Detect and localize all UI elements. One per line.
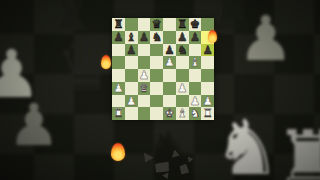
square-f5[interactable] [176, 56, 189, 69]
square-f8[interactable]: ♜ [176, 18, 189, 31]
white-bishop: ♝ [177, 107, 187, 120]
square-h6[interactable]: ♟ [201, 44, 214, 57]
square-c2[interactable] [138, 95, 151, 108]
square-b8[interactable] [125, 18, 138, 31]
square-g8[interactable]: ♚ [189, 18, 202, 31]
square-h5[interactable] [201, 56, 214, 69]
square-d6[interactable] [150, 44, 163, 57]
square-c6[interactable] [138, 44, 151, 57]
white-knight: ♞ [190, 107, 200, 120]
square-a4[interactable] [112, 69, 125, 82]
square-d8[interactable]: ♛ [150, 18, 163, 31]
square-a8[interactable]: ♜ [112, 18, 125, 31]
video-frame: ♝♟♛♟♟♜♞♞♜ ♜♛♜♚♟♝♟♞♟♟♟♟♞♟♟♝♟♟♛♟♟♟♟♜♚♝♞♜ [0, 0, 320, 180]
bg-white-rook-blur: ♜ [275, 120, 320, 180]
black-king: ♚ [190, 18, 200, 31]
fire-emoji-bottom [111, 143, 125, 161]
square-e5[interactable]: ♟ [163, 56, 176, 69]
black-rook: ♜ [177, 18, 187, 31]
black-bishop: ♝ [126, 31, 136, 44]
black-pawn: ♟ [139, 31, 149, 44]
white-pawn: ♟ [139, 69, 149, 82]
square-f4[interactable] [176, 69, 189, 82]
square-h8[interactable] [201, 18, 214, 31]
square-d2[interactable] [150, 95, 163, 108]
black-pawn: ♟ [177, 31, 187, 44]
square-a6[interactable] [112, 44, 125, 57]
black-knight: ♞ [177, 44, 187, 57]
square-h4[interactable] [201, 69, 214, 82]
white-bishop: ♝ [190, 56, 200, 69]
square-a7[interactable]: ♟ [112, 31, 125, 44]
square-g4[interactable] [189, 69, 202, 82]
square-c7[interactable]: ♟ [138, 31, 151, 44]
square-b3[interactable] [125, 82, 138, 95]
square-g1[interactable]: ♞ [189, 107, 202, 120]
black-rook: ♜ [113, 18, 123, 31]
bg-white-pawn-blur-2: ♟ [8, 96, 60, 154]
white-pawn: ♟ [113, 82, 123, 95]
square-f7[interactable]: ♟ [176, 31, 189, 44]
square-e1[interactable]: ♚ [163, 107, 176, 120]
fire-emoji-left [101, 55, 111, 69]
white-rook: ♜ [113, 107, 123, 120]
square-f1[interactable]: ♝ [176, 107, 189, 120]
square-g7[interactable]: ♟ [189, 31, 202, 44]
square-b6[interactable]: ♟ [125, 44, 138, 57]
square-h3[interactable] [201, 82, 214, 95]
square-a5[interactable] [112, 56, 125, 69]
black-pawn: ♟ [113, 31, 123, 44]
square-a3[interactable]: ♟ [112, 82, 125, 95]
square-b4[interactable] [125, 69, 138, 82]
black-pawn: ♟ [190, 31, 200, 44]
white-pawn: ♟ [126, 95, 136, 108]
black-pawn: ♟ [126, 44, 136, 57]
fire-emoji-right [208, 30, 217, 43]
square-d5[interactable] [150, 56, 163, 69]
black-knight: ♞ [151, 31, 161, 44]
square-e4[interactable] [163, 69, 176, 82]
white-rook: ♜ [202, 107, 212, 120]
square-b1[interactable] [125, 107, 138, 120]
square-h1[interactable]: ♜ [201, 107, 214, 120]
square-f3[interactable]: ♟ [176, 82, 189, 95]
white-pawn: ♟ [164, 56, 174, 69]
black-queen: ♛ [151, 18, 161, 31]
chess-board[interactable]: ♜♛♜♚♟♝♟♞♟♟♟♟♞♟♟♝♟♟♛♟♟♟♟♜♚♝♞♜ [112, 18, 214, 120]
square-e3[interactable] [163, 82, 176, 95]
square-c1[interactable] [138, 107, 151, 120]
square-c4[interactable]: ♟ [138, 69, 151, 82]
square-d3[interactable] [150, 82, 163, 95]
square-f6[interactable]: ♞ [176, 44, 189, 57]
bg-white-knight-blur: ♞ [213, 110, 281, 180]
square-d7[interactable]: ♞ [150, 31, 163, 44]
square-b5[interactable] [125, 56, 138, 69]
square-e7[interactable] [163, 31, 176, 44]
square-c8[interactable] [138, 18, 151, 31]
square-d4[interactable] [150, 69, 163, 82]
square-b2[interactable]: ♟ [125, 95, 138, 108]
white-pawn: ♟ [177, 82, 187, 95]
square-a1[interactable]: ♜ [112, 107, 125, 120]
square-g5[interactable]: ♝ [189, 56, 202, 69]
square-c3[interactable]: ♛ [138, 82, 151, 95]
white-king: ♚ [164, 107, 174, 120]
square-g3[interactable] [189, 82, 202, 95]
white-queen: ♛ [139, 82, 149, 95]
square-e8[interactable] [163, 18, 176, 31]
square-b7[interactable]: ♝ [125, 31, 138, 44]
square-d1[interactable] [150, 107, 163, 120]
black-pawn: ♟ [202, 44, 212, 57]
